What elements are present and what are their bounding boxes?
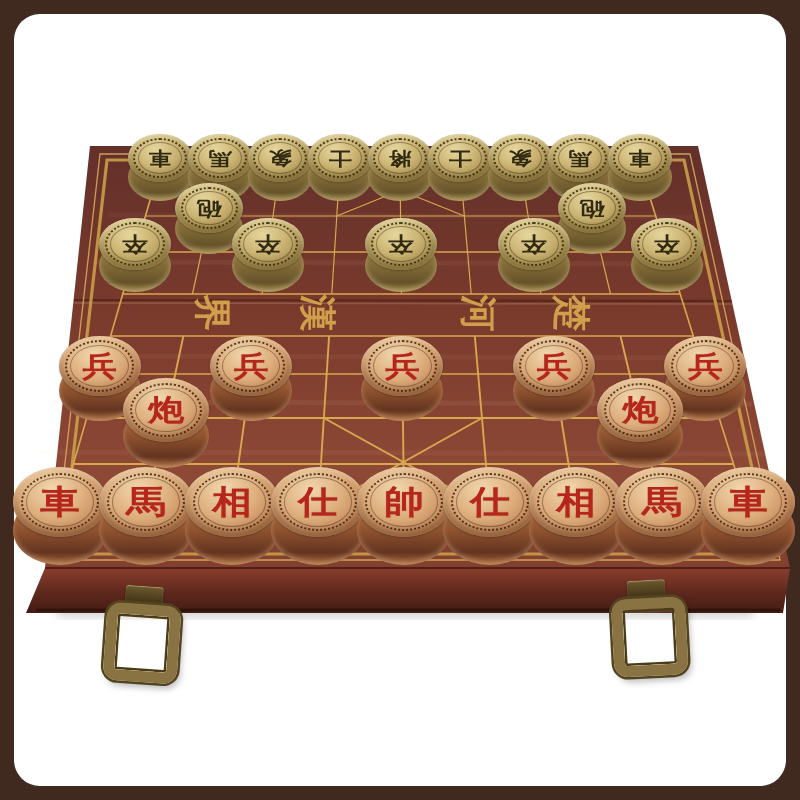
piece-character: 兵 — [513, 341, 595, 391]
piece-top-face: 馬 — [99, 467, 193, 537]
piece-character: 象 — [248, 139, 312, 178]
piece-top-face: 車 — [13, 467, 107, 537]
piece-character: 卒 — [232, 222, 304, 265]
piece-top-face: 卒 — [498, 218, 570, 271]
piece-black-advisor[interactable]: 士 — [428, 134, 492, 201]
piece-character: 炮 — [597, 384, 683, 436]
piece-top-face: 仕 — [271, 467, 365, 537]
piece-black-soldier[interactable]: 卒 — [631, 218, 703, 292]
piece-top-face: 炮 — [123, 378, 209, 442]
piece-character: 炮 — [123, 384, 209, 436]
piece-top-face: 士 — [428, 134, 492, 181]
piece-black-soldier[interactable]: 卒 — [498, 218, 570, 292]
piece-red-chariot[interactable]: 車 — [13, 467, 107, 565]
piece-top-face: 兵 — [361, 336, 443, 397]
scene: 界漢河楚 車馬象士將士象馬車砲砲卒卒卒卒卒兵兵兵兵兵炮炮車馬相仕帥仕相馬車 — [0, 0, 800, 800]
piece-character: 車 — [13, 473, 107, 530]
piece-character: 士 — [428, 139, 492, 178]
piece-top-face: 帥 — [357, 467, 451, 537]
piece-red-cannon[interactable]: 炮 — [123, 378, 209, 467]
piece-red-horse[interactable]: 馬 — [99, 467, 193, 565]
latch-ring-icon — [611, 596, 689, 678]
piece-character: 卒 — [99, 222, 171, 265]
piece-top-face: 仕 — [443, 467, 537, 537]
piece-character: 相 — [529, 473, 623, 530]
board-latch-left — [103, 584, 181, 675]
latch-ring-icon — [102, 602, 181, 685]
piece-character: 卒 — [365, 222, 437, 265]
board-latch-right — [610, 578, 686, 668]
piece-character: 仕 — [443, 473, 537, 530]
piece-character: 車 — [128, 139, 192, 178]
piece-red-cannon[interactable]: 炮 — [597, 378, 683, 467]
piece-character: 象 — [488, 139, 552, 178]
piece-top-face: 象 — [488, 134, 552, 181]
piece-black-general[interactable]: 將 — [368, 134, 432, 201]
piece-top-face: 象 — [248, 134, 312, 181]
piece-top-face: 車 — [128, 134, 192, 181]
piece-red-advisor[interactable]: 仕 — [443, 467, 537, 565]
piece-character: 兵 — [210, 341, 292, 391]
piece-character: 馬 — [188, 139, 252, 178]
piece-top-face: 相 — [529, 467, 623, 537]
piece-red-soldier[interactable]: 兵 — [513, 336, 595, 421]
piece-red-general[interactable]: 帥 — [357, 467, 451, 565]
piece-character: 卒 — [498, 222, 570, 265]
piece-black-elephant[interactable]: 象 — [488, 134, 552, 201]
piece-character: 兵 — [361, 341, 443, 391]
piece-character: 仕 — [271, 473, 365, 530]
piece-top-face: 士 — [308, 134, 372, 181]
piece-black-soldier[interactable]: 卒 — [365, 218, 437, 292]
piece-character: 車 — [701, 473, 795, 530]
piece-character: 相 — [185, 473, 279, 530]
piece-red-elephant[interactable]: 相 — [529, 467, 623, 565]
piece-top-face: 卒 — [99, 218, 171, 271]
piece-red-soldier[interactable]: 兵 — [210, 336, 292, 421]
piece-black-elephant[interactable]: 象 — [248, 134, 312, 201]
piece-character: 馬 — [99, 473, 193, 530]
piece-top-face: 卒 — [232, 218, 304, 271]
piece-black-soldier[interactable]: 卒 — [99, 218, 171, 292]
piece-top-face: 兵 — [210, 336, 292, 397]
piece-character: 馬 — [548, 139, 612, 178]
piece-character: 將 — [368, 139, 432, 178]
piece-top-face: 車 — [701, 467, 795, 537]
piece-red-advisor[interactable]: 仕 — [271, 467, 365, 565]
piece-character: 士 — [308, 139, 372, 178]
piece-character: 卒 — [631, 222, 703, 265]
piece-top-face: 馬 — [548, 134, 612, 181]
piece-top-face: 兵 — [513, 336, 595, 397]
piece-red-elephant[interactable]: 相 — [185, 467, 279, 565]
piece-top-face: 馬 — [615, 467, 709, 537]
piece-red-soldier[interactable]: 兵 — [361, 336, 443, 421]
piece-top-face: 將 — [368, 134, 432, 181]
piece-character: 馬 — [615, 473, 709, 530]
piece-top-face: 卒 — [631, 218, 703, 271]
piece-character: 車 — [608, 139, 672, 178]
piece-character: 帥 — [357, 473, 451, 530]
piece-top-face: 車 — [608, 134, 672, 181]
piece-black-soldier[interactable]: 卒 — [232, 218, 304, 292]
piece-top-face: 卒 — [365, 218, 437, 271]
piece-top-face: 炮 — [597, 378, 683, 442]
piece-red-chariot[interactable]: 車 — [701, 467, 795, 565]
piece-black-advisor[interactable]: 士 — [308, 134, 372, 201]
piece-red-horse[interactable]: 馬 — [615, 467, 709, 565]
piece-top-face: 馬 — [188, 134, 252, 181]
piece-top-face: 相 — [185, 467, 279, 537]
